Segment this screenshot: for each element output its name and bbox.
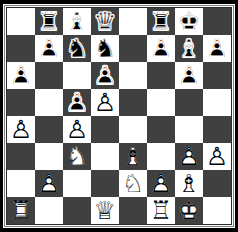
black-knight-icon: ♞♘ [63,35,91,62]
black-pawn-icon: ♟♙ [63,89,91,116]
black-pawn-icon: ♟♙ [35,35,63,62]
square-e2[interactable]: ♞♘ [119,170,147,197]
black-pawn-icon: ♟♙ [91,62,119,89]
square-b8[interactable]: ♜♖ [35,8,63,35]
square-g5[interactable] [175,89,203,116]
piece-fill: ♟ [147,170,175,197]
piece-outline: ♙ [91,62,119,89]
piece-outline: ♘ [91,35,119,62]
piece-fill: ♞ [119,170,147,197]
square-c5[interactable]: ♟♙ [63,89,91,116]
black-bishop-icon: ♝♗ [175,35,203,62]
piece-fill: ♞ [63,143,91,170]
square-a8[interactable] [7,8,35,35]
square-e6[interactable] [119,62,147,89]
square-a6[interactable]: ♟♙ [7,62,35,89]
black-king-icon: ♚♔ [175,8,203,35]
square-d2[interactable] [91,170,119,197]
piece-outline: ♙ [91,89,119,116]
black-pawn-icon: ♟♙ [7,62,35,89]
piece-outline: ♙ [63,89,91,116]
square-d4[interactable] [91,116,119,143]
piece-fill: ♜ [7,197,35,224]
piece-outline: ♙ [7,62,35,89]
piece-fill: ♞ [91,35,119,62]
piece-outline: ♙ [147,170,175,197]
piece-outline: ♕ [91,8,119,35]
square-h5[interactable] [203,89,231,116]
square-g6[interactable]: ♟♙ [175,62,203,89]
square-h1[interactable] [203,197,231,224]
piece-outline: ♔ [175,197,203,224]
piece-outline: ♕ [91,197,119,224]
black-queen-icon: ♛♕ [91,8,119,35]
white-pawn-icon: ♟♙ [175,143,203,170]
white-knight-icon: ♞♘ [119,170,147,197]
square-e7[interactable] [119,35,147,62]
piece-fill: ♜ [147,8,175,35]
square-g8[interactable]: ♚♔ [175,8,203,35]
board-frame: ♜♖♝♗♛♕♜♖♚♔♟♙♞♘♞♘♟♙♝♗♟♙♟♙♟♙♟♙♟♙♟♙♟♙♟♙♞♘♝♗… [0,0,238,232]
white-king-icon: ♚♔ [175,197,203,224]
piece-fill: ♟ [63,116,91,143]
square-d6[interactable]: ♟♙ [91,62,119,89]
square-d8[interactable]: ♛♕ [91,8,119,35]
white-pawn-icon: ♟♙ [35,170,63,197]
piece-outline: ♙ [147,35,175,62]
black-rook-icon: ♜♖ [35,8,63,35]
square-b2[interactable]: ♟♙ [35,170,63,197]
piece-fill: ♟ [91,89,119,116]
piece-fill: ♟ [63,89,91,116]
square-e4[interactable] [119,116,147,143]
piece-fill: ♜ [147,197,175,224]
piece-fill: ♛ [91,8,119,35]
piece-fill: ♟ [35,35,63,62]
square-c8[interactable]: ♝♗ [63,8,91,35]
square-e8[interactable] [119,8,147,35]
piece-fill: ♛ [91,197,119,224]
square-f1[interactable]: ♜♖ [147,197,175,224]
piece-outline: ♙ [203,35,231,62]
square-f6[interactable] [147,62,175,89]
square-a2[interactable] [7,170,35,197]
piece-outline: ♗ [175,170,203,197]
board-inner-frame: ♜♖♝♗♛♕♜♖♚♔♟♙♞♘♞♘♟♙♝♗♟♙♟♙♟♙♟♙♟♙♟♙♟♙♟♙♞♘♝♗… [4,5,234,227]
square-h3[interactable]: ♟♙ [203,143,231,170]
piece-outline: ♙ [35,35,63,62]
square-a3[interactable] [7,143,35,170]
square-g1[interactable]: ♚♔ [175,197,203,224]
piece-outline: ♔ [175,8,203,35]
square-b4[interactable] [35,116,63,143]
black-bishop-icon: ♝♗ [63,8,91,35]
piece-fill: ♝ [119,143,147,170]
square-h7[interactable]: ♟♙ [203,35,231,62]
piece-fill: ♝ [175,170,203,197]
square-c4[interactable]: ♟♙ [63,116,91,143]
black-pawn-icon: ♟♙ [203,35,231,62]
black-rook-icon: ♜♖ [147,8,175,35]
piece-fill: ♟ [7,62,35,89]
piece-fill: ♝ [63,8,91,35]
square-e3[interactable]: ♝♗ [119,143,147,170]
square-a5[interactable] [7,89,35,116]
piece-outline: ♗ [175,35,203,62]
piece-fill: ♟ [91,62,119,89]
white-queen-icon: ♛♕ [91,197,119,224]
square-b1[interactable] [35,197,63,224]
piece-outline: ♘ [63,143,91,170]
square-f7[interactable]: ♟♙ [147,35,175,62]
square-b5[interactable] [35,89,63,116]
square-d1[interactable]: ♛♕ [91,197,119,224]
piece-outline: ♙ [63,116,91,143]
piece-outline: ♘ [63,35,91,62]
square-f5[interactable] [147,89,175,116]
square-h4[interactable] [203,116,231,143]
black-pawn-icon: ♟♙ [147,35,175,62]
square-b7[interactable]: ♟♙ [35,35,63,62]
square-g3[interactable]: ♟♙ [175,143,203,170]
square-a4[interactable]: ♟♙ [7,116,35,143]
black-knight-icon: ♞♘ [91,35,119,62]
piece-fill: ♚ [175,8,203,35]
square-b3[interactable] [35,143,63,170]
square-f2[interactable]: ♟♙ [147,170,175,197]
piece-outline: ♖ [7,197,35,224]
white-pawn-icon: ♟♙ [91,89,119,116]
piece-outline: ♖ [147,197,175,224]
white-bishop-icon: ♝♗ [175,170,203,197]
white-pawn-icon: ♟♙ [7,116,35,143]
piece-outline: ♖ [147,8,175,35]
square-g4[interactable] [175,116,203,143]
piece-outline: ♘ [119,170,147,197]
piece-fill: ♟ [147,35,175,62]
piece-outline: ♙ [175,62,203,89]
piece-outline: ♙ [35,170,63,197]
square-c1[interactable] [63,197,91,224]
white-knight-icon: ♞♘ [63,143,91,170]
piece-fill: ♚ [175,197,203,224]
piece-outline: ♙ [203,143,231,170]
piece-fill: ♟ [203,143,231,170]
square-h8[interactable] [203,8,231,35]
square-b6[interactable] [35,62,63,89]
piece-fill: ♟ [203,35,231,62]
piece-fill: ♟ [35,170,63,197]
white-rook-icon: ♜♖ [7,197,35,224]
square-f8[interactable]: ♜♖ [147,8,175,35]
piece-fill: ♜ [35,8,63,35]
piece-fill: ♟ [175,143,203,170]
square-c6[interactable] [63,62,91,89]
chess-board: ♜♖♝♗♛♕♜♖♚♔♟♙♞♘♞♘♟♙♝♗♟♙♟♙♟♙♟♙♟♙♟♙♟♙♟♙♞♘♝♗… [6,7,232,225]
piece-outline: ♙ [7,116,35,143]
square-g2[interactable]: ♝♗ [175,170,203,197]
square-a7[interactable] [7,35,35,62]
square-a1[interactable]: ♜♖ [7,197,35,224]
square-f4[interactable] [147,116,175,143]
square-h2[interactable] [203,170,231,197]
square-d5[interactable]: ♟♙ [91,89,119,116]
square-e1[interactable] [119,197,147,224]
white-bishop-icon: ♝♗ [119,143,147,170]
piece-fill: ♟ [7,116,35,143]
square-g7[interactable]: ♝♗ [175,35,203,62]
square-d7[interactable]: ♞♘ [91,35,119,62]
square-e5[interactable] [119,89,147,116]
square-f3[interactable] [147,143,175,170]
square-c3[interactable]: ♞♘ [63,143,91,170]
square-c2[interactable] [63,170,91,197]
piece-outline: ♖ [35,8,63,35]
white-pawn-icon: ♟♙ [63,116,91,143]
piece-outline: ♗ [119,143,147,170]
square-h6[interactable] [203,62,231,89]
white-rook-icon: ♜♖ [147,197,175,224]
square-d3[interactable] [91,143,119,170]
white-pawn-icon: ♟♙ [203,143,231,170]
square-c7[interactable]: ♞♘ [63,35,91,62]
piece-fill: ♟ [175,62,203,89]
black-pawn-icon: ♟♙ [175,62,203,89]
piece-outline: ♗ [63,8,91,35]
piece-outline: ♙ [175,143,203,170]
piece-fill: ♞ [63,35,91,62]
piece-fill: ♝ [175,35,203,62]
white-pawn-icon: ♟♙ [147,170,175,197]
